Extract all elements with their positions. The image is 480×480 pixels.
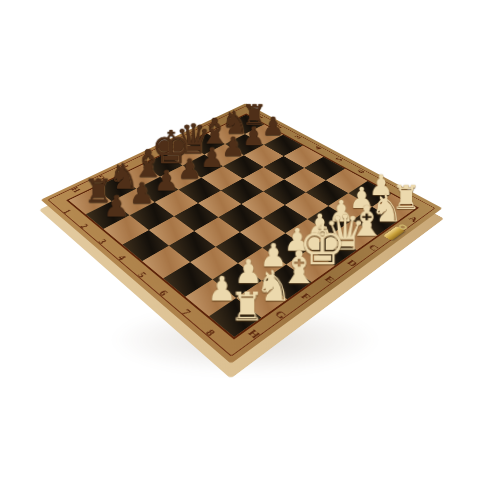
rank-label-left-8: 8 [203, 327, 218, 338]
piece-light-rook[interactable]: ♜ [214, 287, 280, 327]
rank-label-left-3: 3 [96, 237, 110, 245]
rank-label-right-4: 4 [312, 145, 323, 151]
square-h8[interactable]: ♜ [209, 298, 261, 337]
square-h2[interactable]: ♟ [86, 201, 130, 229]
board-grid: ♜♞♝♚♛♝♞♜♟♟♟♟♟♟♟♟♟♟♟♟♟♟♟♟♜♞♝♚♛♝♞♜ [66, 113, 419, 339]
rank-label-left-5: 5 [135, 270, 149, 279]
rank-label-left-4: 4 [115, 253, 129, 262]
board-perspective-wrap: ♜♞♝♚♛♝♞♜♟♟♟♟♟♟♟♟♟♟♟♟♟♟♟♟♜♞♝♚♛♝♞♜ HHGGFFE… [92, 56, 388, 352]
rank-label-left-1: 1 [61, 208, 74, 215]
rank-label-left-2: 2 [78, 222, 91, 230]
product-photo-scene: Wooden folding chess set shown in perspe… [0, 0, 480, 480]
rank-label-left-6: 6 [157, 288, 171, 298]
piece-dark-pawn[interactable]: ♟ [88, 192, 144, 221]
chess-board: ♜♞♝♚♛♝♞♜♟♟♟♟♟♟♟♟♟♟♟♟♟♟♟♟♜♞♝♚♛♝♞♜ HHGGFFE… [41, 103, 443, 364]
rank-label-left-7: 7 [179, 307, 194, 317]
photo-caption: Wooden folding chess set shown in perspe… [0, 0, 1, 1]
